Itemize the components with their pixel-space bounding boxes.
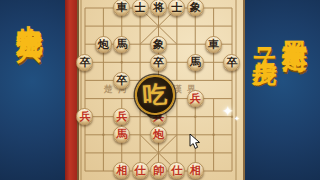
piece-black-士[interactable]: 士	[168, 0, 185, 16]
piece-red-仕[interactable]: 仕	[132, 162, 149, 179]
piece-black-象[interactable]: 象	[150, 36, 167, 53]
piece-red-馬[interactable]: 馬	[113, 126, 130, 143]
piece-black-卒[interactable]: 卒	[223, 54, 240, 71]
left-title-text: 中炮抢进三兵	[17, 5, 43, 17]
piece-red-相[interactable]: 相	[187, 162, 204, 179]
piece-black-将[interactable]: 将	[150, 0, 167, 16]
piece-black-卒[interactable]: 卒	[76, 54, 93, 71]
piece-black-車[interactable]: 車	[205, 36, 222, 53]
piece-red-炮[interactable]: 炮	[150, 126, 167, 143]
left-title-panel	[0, 0, 65, 180]
right-title-line2: 三步虎7	[252, 36, 277, 73]
mouse-cursor-icon	[189, 134, 201, 150]
piece-red-兵[interactable]: 兵	[76, 108, 93, 125]
piece-black-車[interactable]: 車	[113, 0, 130, 16]
piece-red-相[interactable]: 相	[113, 162, 130, 179]
capture-sparkle-icon: ✦	[222, 103, 234, 119]
piece-red-兵[interactable]: 兵	[113, 108, 130, 125]
piece-black-炮[interactable]: 炮	[95, 36, 112, 53]
piece-black-卒[interactable]: 卒	[113, 72, 130, 89]
piece-black-士[interactable]: 士	[132, 0, 149, 16]
capture-stamp-glyph: 吃	[142, 78, 168, 112]
piece-black-卒[interactable]: 卒	[150, 54, 167, 71]
capture-sparkle-small-icon: ✦	[234, 115, 240, 123]
piece-black-象[interactable]: 象	[187, 0, 204, 16]
thumbnail-stage: 中炮抢进三兵 黑左车巡河 三步虎7	[0, 0, 320, 180]
piece-red-仕[interactable]: 仕	[168, 162, 185, 179]
right-title-line1: 黑左车巡河	[282, 20, 307, 30]
piece-red-兵[interactable]: 兵	[187, 90, 204, 107]
piece-black-馬[interactable]: 馬	[187, 54, 204, 71]
piece-red-帥[interactable]: 帥	[150, 162, 167, 179]
piece-black-馬[interactable]: 馬	[113, 36, 130, 53]
